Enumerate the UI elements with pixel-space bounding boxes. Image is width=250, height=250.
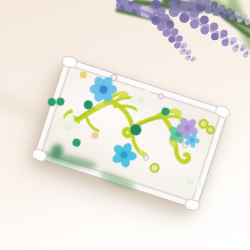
- lavender-floret: [227, 12, 231, 16]
- lavender-floret: [148, 12, 151, 15]
- lavender-floret: [194, 17, 200, 23]
- lavender-floret: [235, 44, 239, 48]
- lavender-floret: [243, 18, 246, 21]
- lavender-floret: [215, 7, 219, 11]
- lavender-floret: [219, 9, 223, 13]
- lavender-floret: [223, 10, 227, 14]
- lavender-floret: [209, 27, 214, 32]
- lavender-floret: [240, 48, 244, 52]
- lavender-spikes: [116, 0, 250, 61]
- lavender-floret: [185, 52, 188, 55]
- lavender-floret: [188, 55, 191, 58]
- lavender-floret: [204, 24, 209, 29]
- lavender-floret: [239, 16, 242, 19]
- lavender-floret: [175, 38, 179, 42]
- lavender-floret: [178, 42, 182, 46]
- lavender-floret: [215, 31, 220, 36]
- lavender-floret: [247, 19, 250, 22]
- lavender-floret: [230, 41, 234, 45]
- lavender-floret: [180, 45, 184, 49]
- lavender-floret: [191, 59, 194, 62]
- lavender-floret: [235, 15, 238, 18]
- lavender-floret: [225, 37, 230, 42]
- product-photo-scene: [0, 0, 250, 250]
- lavender-floret: [220, 34, 225, 39]
- lavender-floret: [189, 14, 195, 20]
- lavender-floret: [199, 21, 205, 27]
- lavender-floret: [183, 49, 186, 52]
- lavender-floret: [245, 51, 249, 55]
- lavender-floret: [231, 13, 235, 17]
